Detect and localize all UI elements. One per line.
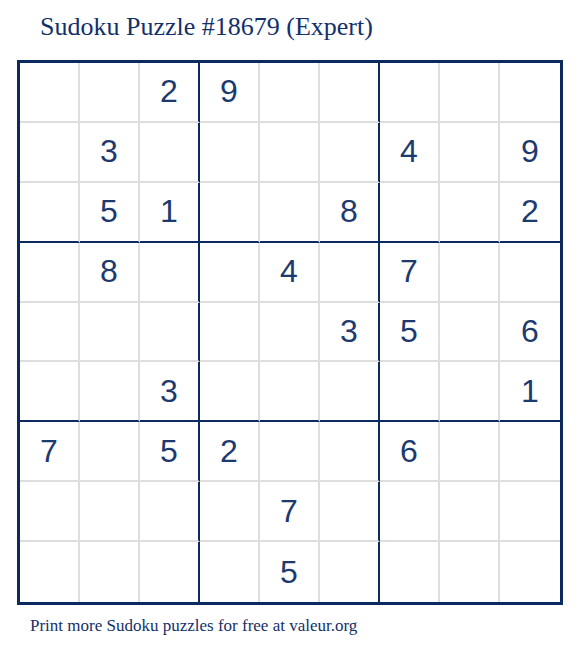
sudoku-cell xyxy=(380,63,440,123)
sudoku-cell xyxy=(20,303,80,363)
sudoku-cell xyxy=(440,303,500,363)
sudoku-cell xyxy=(380,362,440,422)
sudoku-cell: 5 xyxy=(140,422,200,482)
sudoku-cell xyxy=(80,422,140,482)
sudoku-cell xyxy=(200,542,260,602)
sudoku-cell xyxy=(500,482,560,542)
sudoku-cell xyxy=(80,542,140,602)
sudoku-cell xyxy=(440,542,500,602)
sudoku-cell xyxy=(500,63,560,123)
sudoku-cell xyxy=(200,243,260,303)
sudoku-cell: 2 xyxy=(140,63,200,123)
sudoku-cell xyxy=(440,63,500,123)
sudoku-cell xyxy=(440,482,500,542)
sudoku-cell xyxy=(140,542,200,602)
sudoku-cell xyxy=(440,422,500,482)
sudoku-cell xyxy=(200,303,260,363)
sudoku-cell xyxy=(500,422,560,482)
sudoku-cell xyxy=(80,482,140,542)
sudoku-cell: 5 xyxy=(380,303,440,363)
sudoku-cell xyxy=(140,482,200,542)
sudoku-cell xyxy=(80,63,140,123)
sudoku-cell xyxy=(320,422,380,482)
sudoku-cell xyxy=(320,243,380,303)
sudoku-cell xyxy=(260,303,320,363)
sudoku-cell xyxy=(500,542,560,602)
sudoku-cell xyxy=(320,123,380,183)
sudoku-cell xyxy=(440,183,500,243)
sudoku-cell: 3 xyxy=(80,123,140,183)
sudoku-cell: 8 xyxy=(320,183,380,243)
sudoku-cell: 1 xyxy=(140,183,200,243)
sudoku-cell: 5 xyxy=(80,183,140,243)
sudoku-cell xyxy=(380,183,440,243)
sudoku-cell: 5 xyxy=(260,542,320,602)
sudoku-cell xyxy=(260,362,320,422)
sudoku-cell xyxy=(20,362,80,422)
sudoku-cell: 3 xyxy=(140,362,200,422)
sudoku-cell xyxy=(140,303,200,363)
sudoku-cell xyxy=(80,303,140,363)
sudoku-cell xyxy=(260,123,320,183)
sudoku-cell xyxy=(80,362,140,422)
sudoku-cell xyxy=(140,123,200,183)
sudoku-cell xyxy=(20,123,80,183)
sudoku-cell xyxy=(260,63,320,123)
sudoku-cell: 9 xyxy=(200,63,260,123)
sudoku-cell: 6 xyxy=(380,422,440,482)
sudoku-cell xyxy=(320,362,380,422)
sudoku-cell xyxy=(320,542,380,602)
sudoku-cell: 6 xyxy=(500,303,560,363)
sudoku-cell xyxy=(20,243,80,303)
sudoku-cell: 7 xyxy=(260,482,320,542)
sudoku-cell xyxy=(20,63,80,123)
sudoku-cell xyxy=(440,243,500,303)
sudoku-cell xyxy=(260,183,320,243)
sudoku-cell xyxy=(380,482,440,542)
sudoku-cell: 7 xyxy=(20,422,80,482)
sudoku-cell xyxy=(440,123,500,183)
sudoku-cell xyxy=(20,183,80,243)
sudoku-cell: 1 xyxy=(500,362,560,422)
footer-note: Print more Sudoku puzzles for free at va… xyxy=(30,616,357,636)
sudoku-cell: 8 xyxy=(80,243,140,303)
sudoku-cell: 2 xyxy=(500,183,560,243)
sudoku-cell: 9 xyxy=(500,123,560,183)
sudoku-cell: 4 xyxy=(380,123,440,183)
sudoku-cell xyxy=(500,243,560,303)
sudoku-board: 29349518284735631752675 xyxy=(17,60,563,605)
sudoku-cell xyxy=(200,123,260,183)
sudoku-cell xyxy=(200,362,260,422)
sudoku-cell xyxy=(140,243,200,303)
sudoku-cell xyxy=(260,422,320,482)
sudoku-cell: 4 xyxy=(260,243,320,303)
sudoku-cell xyxy=(20,542,80,602)
page-title: Sudoku Puzzle #18679 (Expert) xyxy=(40,12,373,42)
sudoku-cell: 3 xyxy=(320,303,380,363)
sudoku-cell xyxy=(380,542,440,602)
sudoku-cell xyxy=(200,482,260,542)
sudoku-cell xyxy=(320,63,380,123)
sudoku-cell xyxy=(320,482,380,542)
sudoku-cell xyxy=(200,183,260,243)
sudoku-cell xyxy=(440,362,500,422)
sudoku-cell: 2 xyxy=(200,422,260,482)
sudoku-cell xyxy=(20,482,80,542)
sudoku-cell: 7 xyxy=(380,243,440,303)
